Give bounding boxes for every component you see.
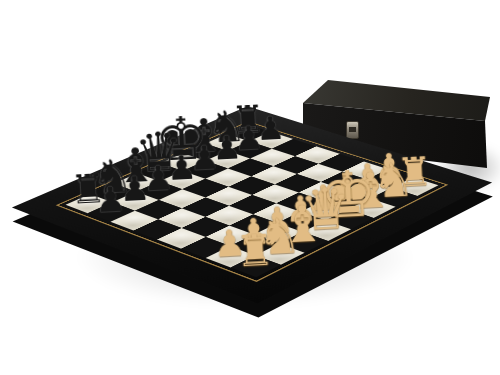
chess-set-photo: ♜♟♟♜♞♟♟♞♝♟♟♝♚♟♟♚♛♟♟♛♝♟♟♝♞♟♟♞♜♟♟♜ xyxy=(0,0,500,375)
square-a1: ♜ xyxy=(231,255,281,277)
chessboard-wrapper: ♜♟♟♜♞♟♟♞♝♟♟♝♚♟♟♚♛♟♟♛♝♟♟♝♞♟♟♞♜♟♟♜ xyxy=(73,16,430,373)
